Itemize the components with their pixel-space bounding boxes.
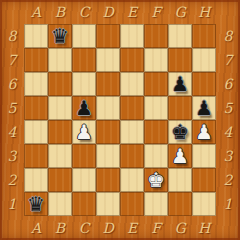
square-d7[interactable] <box>96 48 120 72</box>
frame-corner-top-right <box>216 0 240 24</box>
square-e6[interactable] <box>120 72 144 96</box>
coord-label-rank-right-1: 1 <box>216 192 240 216</box>
frame-corner-bottom-left <box>0 216 24 240</box>
coord-label-file-bottom-h: H <box>192 216 216 240</box>
coord-label-file-top-g: G <box>168 0 192 24</box>
square-g7[interactable] <box>168 48 192 72</box>
frame-corner-top-left <box>0 0 24 24</box>
coord-label-file-bottom-a: A <box>24 216 48 240</box>
square-b3[interactable] <box>48 144 72 168</box>
coord-label-rank-left-3: 3 <box>0 144 24 168</box>
square-a1[interactable]: ♛ <box>24 192 48 216</box>
square-h8[interactable] <box>192 24 216 48</box>
square-h6[interactable] <box>192 72 216 96</box>
square-a4[interactable] <box>24 120 48 144</box>
square-e1[interactable] <box>120 192 144 216</box>
coord-label-file-bottom-e: E <box>120 216 144 240</box>
square-b7[interactable] <box>48 48 72 72</box>
square-d3[interactable] <box>96 144 120 168</box>
square-g8[interactable] <box>168 24 192 48</box>
square-e3[interactable] <box>120 144 144 168</box>
coord-label-file-top-b: B <box>48 0 72 24</box>
square-b1[interactable] <box>48 192 72 216</box>
square-a5[interactable] <box>24 96 48 120</box>
square-g2[interactable] <box>168 168 192 192</box>
square-h5[interactable]: ♟ <box>192 96 216 120</box>
square-c5[interactable]: ♟ <box>72 96 96 120</box>
square-f8[interactable] <box>144 24 168 48</box>
square-h1[interactable] <box>192 192 216 216</box>
square-d5[interactable] <box>96 96 120 120</box>
coord-label-rank-right-4: 4 <box>216 120 240 144</box>
square-f5[interactable] <box>144 96 168 120</box>
coord-label-rank-left-8: 8 <box>0 24 24 48</box>
coord-label-rank-right-3: 3 <box>216 144 240 168</box>
square-b2[interactable] <box>48 168 72 192</box>
coord-label-file-top-f: F <box>144 0 168 24</box>
piece-white-pawn[interactable]: ♟ <box>75 120 93 144</box>
square-g3[interactable]: ♟ <box>168 144 192 168</box>
square-h3[interactable] <box>192 144 216 168</box>
square-b4[interactable] <box>48 120 72 144</box>
coord-label-file-top-e: E <box>120 0 144 24</box>
piece-white-pawn[interactable]: ♟ <box>171 144 189 168</box>
square-e2[interactable] <box>120 168 144 192</box>
piece-black-pawn[interactable]: ♟ <box>75 96 93 120</box>
square-c3[interactable] <box>72 144 96 168</box>
square-c1[interactable] <box>72 192 96 216</box>
piece-black-pawn[interactable]: ♟ <box>171 72 189 96</box>
piece-white-pawn[interactable]: ♟ <box>195 120 213 144</box>
square-e4[interactable] <box>120 120 144 144</box>
square-h2[interactable] <box>192 168 216 192</box>
coord-label-file-bottom-b: B <box>48 216 72 240</box>
square-a2[interactable] <box>24 168 48 192</box>
square-g1[interactable] <box>168 192 192 216</box>
square-d4[interactable] <box>96 120 120 144</box>
square-b5[interactable] <box>48 96 72 120</box>
piece-white-king[interactable]: ♚ <box>147 168 165 192</box>
coord-label-file-bottom-c: C <box>72 216 96 240</box>
piece-black-king[interactable]: ♚ <box>171 120 189 144</box>
coord-label-file-top-d: D <box>96 0 120 24</box>
coord-label-file-bottom-g: G <box>168 216 192 240</box>
square-f3[interactable] <box>144 144 168 168</box>
coord-label-file-top-h: H <box>192 0 216 24</box>
square-c8[interactable] <box>72 24 96 48</box>
coord-label-rank-left-7: 7 <box>0 48 24 72</box>
square-d8[interactable] <box>96 24 120 48</box>
square-h4[interactable]: ♟ <box>192 120 216 144</box>
square-a7[interactable] <box>24 48 48 72</box>
square-c6[interactable] <box>72 72 96 96</box>
square-b8[interactable]: ♛ <box>48 24 72 48</box>
square-g6[interactable]: ♟ <box>168 72 192 96</box>
square-f1[interactable] <box>144 192 168 216</box>
coord-label-file-top-c: C <box>72 0 96 24</box>
coord-label-file-bottom-d: D <box>96 216 120 240</box>
coord-label-file-top-a: A <box>24 0 48 24</box>
square-g5[interactable] <box>168 96 192 120</box>
square-c4[interactable]: ♟ <box>72 120 96 144</box>
square-f7[interactable] <box>144 48 168 72</box>
square-d2[interactable] <box>96 168 120 192</box>
square-f4[interactable] <box>144 120 168 144</box>
piece-black-pawn[interactable]: ♟ <box>195 96 213 120</box>
square-a3[interactable] <box>24 144 48 168</box>
coord-label-rank-left-5: 5 <box>0 96 24 120</box>
square-c2[interactable] <box>72 168 96 192</box>
coord-label-file-bottom-f: F <box>144 216 168 240</box>
square-e5[interactable] <box>120 96 144 120</box>
square-e7[interactable] <box>120 48 144 72</box>
square-d1[interactable] <box>96 192 120 216</box>
piece-black-queen[interactable]: ♛ <box>51 24 69 48</box>
square-a6[interactable] <box>24 72 48 96</box>
coord-label-rank-right-8: 8 <box>216 24 240 48</box>
coord-label-rank-right-2: 2 <box>216 168 240 192</box>
square-d6[interactable] <box>96 72 120 96</box>
square-f6[interactable] <box>144 72 168 96</box>
square-f2[interactable]: ♚ <box>144 168 168 192</box>
chess-board: ABCDEFGH8♛8776♟65♟♟54♟♚♟43♟32♚21♛1ABCDEF… <box>0 0 240 240</box>
square-g4[interactable]: ♚ <box>168 120 192 144</box>
square-a8[interactable] <box>24 24 48 48</box>
square-c7[interactable] <box>72 48 96 72</box>
coord-label-rank-left-2: 2 <box>0 168 24 192</box>
coord-label-rank-left-4: 4 <box>0 120 24 144</box>
coord-label-rank-right-6: 6 <box>216 72 240 96</box>
coord-label-rank-left-6: 6 <box>0 72 24 96</box>
square-b6[interactable] <box>48 72 72 96</box>
coord-label-rank-left-1: 1 <box>0 192 24 216</box>
coord-label-rank-right-5: 5 <box>216 96 240 120</box>
coord-label-rank-right-7: 7 <box>216 48 240 72</box>
piece-black-queen[interactable]: ♛ <box>27 192 45 216</box>
frame-corner-bottom-right <box>216 216 240 240</box>
square-h7[interactable] <box>192 48 216 72</box>
square-e8[interactable] <box>120 24 144 48</box>
